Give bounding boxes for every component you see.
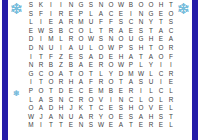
grid-cell-r5c1: D xyxy=(26,35,36,44)
grid-cell-r8c10: W xyxy=(116,61,126,70)
grid-cell-r1c15: T xyxy=(166,1,176,10)
grid-cell-r13c4: H xyxy=(56,104,66,113)
grid-cell-r15c3: T xyxy=(46,121,56,130)
grid-cell-r14c9: O xyxy=(106,113,116,122)
grid-cell-r4c1: E xyxy=(26,27,36,36)
grid-cell-r13c7: T xyxy=(86,104,96,113)
grid-cell-r1c14: H xyxy=(156,1,166,10)
grid-cell-r11c13: L xyxy=(146,87,156,96)
grid-cell-r3c9: F xyxy=(106,18,116,27)
grid-cell-r11c3: T xyxy=(46,87,56,96)
grid-cell-r14c14: S xyxy=(156,113,166,122)
grid-cell-r7c7: A xyxy=(86,53,96,62)
grid-cell-r5c9: N xyxy=(106,35,116,44)
grid-cell-r8c12: L xyxy=(136,61,146,70)
word-search-page: ❄ ❄ ❄ SKIINGSNOWBOOHTSFIREPLACEINGEOLIEA… xyxy=(0,0,200,140)
grid-cell-r3c5: R xyxy=(66,18,76,27)
grid-cell-r1c8: N xyxy=(96,1,106,10)
grid-cell-r14c13: H xyxy=(146,113,156,122)
grid-cell-r4c14: A xyxy=(156,27,166,36)
grid-cell-r5c5: R xyxy=(66,35,76,44)
grid-cell-r5c11: U xyxy=(126,35,136,44)
grid-cell-r5c4: L xyxy=(56,35,66,44)
grid-cell-r13c6: K xyxy=(76,104,86,113)
grid-cell-r13c3: D xyxy=(46,104,56,113)
grid-cell-r10c12: S xyxy=(136,78,146,87)
grid-cell-r14c15: T xyxy=(166,113,176,122)
grid-cell-r15c13: R xyxy=(146,121,156,130)
grid-cell-r1c4: I xyxy=(56,1,66,10)
grid-cell-r12c12: L xyxy=(136,96,146,105)
grid-cell-r2c5: E xyxy=(66,10,76,19)
grid-cell-r15c11: T xyxy=(126,121,136,130)
grid-cell-r4c8: T xyxy=(96,27,106,36)
grid-cell-r7c4: Z xyxy=(56,53,66,62)
grid-cell-r12c14: L xyxy=(156,96,166,105)
grid-cell-r1c5: N xyxy=(66,1,76,10)
grid-cell-r13c14: E xyxy=(156,104,166,113)
grid-cell-r11c12: I xyxy=(136,87,146,96)
grid-cell-r15c2: I xyxy=(36,121,46,130)
grid-cell-r11c1: P xyxy=(26,87,36,96)
grid-cell-r1c2: K xyxy=(36,1,46,10)
grid-cell-r1c12: O xyxy=(136,1,146,10)
grid-cell-r14c8: Y xyxy=(96,113,106,122)
grid-cell-r15c10: A xyxy=(116,121,126,130)
grid-cell-r13c9: E xyxy=(106,104,116,113)
grid-cell-r1c13: O xyxy=(146,1,156,10)
grid-cell-r8c3: B xyxy=(46,61,56,70)
grid-cell-r9c7: T xyxy=(86,70,96,79)
grid-cell-r7c5: E xyxy=(66,53,76,62)
left-border-bar xyxy=(2,0,8,140)
grid-cell-r3c7: U xyxy=(86,18,96,27)
grid-cell-r15c7: S xyxy=(86,121,96,130)
grid-cell-r6c2: N xyxy=(36,44,46,53)
grid-cell-r2c2: F xyxy=(36,10,46,19)
grid-cell-r2c6: P xyxy=(76,10,86,19)
grid-cell-r8c14: I xyxy=(156,61,166,70)
grid-cell-r9c5: T xyxy=(66,70,76,79)
grid-cell-r7c3: F xyxy=(46,53,56,62)
grid-cell-r14c7: R xyxy=(86,113,96,122)
grid-cell-r10c10: T xyxy=(116,78,126,87)
grid-cell-r9c4: A xyxy=(56,70,66,79)
grid-cell-r13c11: H xyxy=(126,104,136,113)
grid-cell-r12c6: R xyxy=(76,96,86,105)
grid-cell-r12c7: O xyxy=(86,96,96,105)
grid-cell-r4c13: T xyxy=(146,27,156,36)
word-search-grid: SKIINGSNOWBOOHTSFIREPLACEINGEOLIEARMUFFS… xyxy=(26,1,176,130)
grid-cell-r9c11: M xyxy=(126,70,136,79)
right-border-bar xyxy=(192,0,198,140)
grid-cell-r6c10: P xyxy=(116,44,126,53)
grid-cell-r3c12: N xyxy=(136,18,146,27)
grid-cell-r6c7: L xyxy=(86,44,96,53)
grid-cell-r13c10: S xyxy=(116,104,126,113)
grid-cell-r12c3: S xyxy=(46,96,56,105)
grid-cell-r7c2: T xyxy=(36,53,46,62)
grid-cell-r15c8: W xyxy=(96,121,106,130)
grid-cell-r6c8: O xyxy=(96,44,106,53)
grid-cell-r12c11: C xyxy=(126,96,136,105)
grid-cell-r4c15: C xyxy=(166,27,176,36)
grid-cell-r9c14: C xyxy=(156,70,166,79)
grid-cell-r3c13: Y xyxy=(146,18,156,27)
grid-cell-r14c2: J xyxy=(36,113,46,122)
grid-cell-r11c6: C xyxy=(76,87,86,96)
snowflake-icon: ❄ xyxy=(13,90,20,98)
grid-cell-r11c14: C xyxy=(156,87,166,96)
grid-cell-r10c11: A xyxy=(126,78,136,87)
grid-cell-r10c7: F xyxy=(86,78,96,87)
grid-cell-r9c15: R xyxy=(166,70,176,79)
grid-cell-r9c10: D xyxy=(116,70,126,79)
grid-cell-r13c5: J xyxy=(66,104,76,113)
grid-cell-r3c15: S xyxy=(166,18,176,27)
grid-cell-r7c9: E xyxy=(106,53,116,62)
grid-cell-r7c11: A xyxy=(126,53,136,62)
grid-cell-r11c4: D xyxy=(56,87,66,96)
grid-cell-r5c6: O xyxy=(76,35,86,44)
grid-cell-r3c3: E xyxy=(46,18,56,27)
grid-cell-r1c7: S xyxy=(86,1,96,10)
grid-cell-r3c6: M xyxy=(76,18,86,27)
grid-cell-r15c15: L xyxy=(166,121,176,130)
grid-cell-r5c13: H xyxy=(146,35,156,44)
grid-cell-r9c13: L xyxy=(146,70,156,79)
grid-cell-r9c1: G xyxy=(26,70,36,79)
grid-cell-r2c7: L xyxy=(86,10,96,19)
grid-cell-r12c15: R xyxy=(166,96,176,105)
grid-cell-r11c2: O xyxy=(36,87,46,96)
grid-cell-r8c1: N xyxy=(26,61,36,70)
grid-cell-r3c14: T xyxy=(156,18,166,27)
grid-cell-r5c14: E xyxy=(156,35,166,44)
grid-cell-r13c15: L xyxy=(166,104,176,113)
grid-cell-r12c13: O xyxy=(146,96,156,105)
grid-cell-r6c15: R xyxy=(166,44,176,53)
grid-cell-r14c4: N xyxy=(56,113,66,122)
snowflake-icon: ❄ xyxy=(10,1,23,16)
grid-cell-r5c3: M xyxy=(46,35,56,44)
grid-cell-r5c2: I xyxy=(36,35,46,44)
grid-cell-r6c4: I xyxy=(56,44,66,53)
grid-cell-r4c12: S xyxy=(136,27,146,36)
grid-cell-r13c8: C xyxy=(96,104,106,113)
grid-cell-r13c13: V xyxy=(146,104,156,113)
grid-cell-r11c5: E xyxy=(66,87,76,96)
grid-cell-r7c8: D xyxy=(96,53,106,62)
grid-cell-r14c6: A xyxy=(76,113,86,122)
grid-cell-r4c6: O xyxy=(76,27,86,36)
grid-cell-r7c6: S xyxy=(76,53,86,62)
grid-cell-r6c6: U xyxy=(76,44,86,53)
grid-cell-r4c5: C xyxy=(66,27,76,36)
grid-cell-r14c10: E xyxy=(116,113,126,122)
grid-cell-r12c4: N xyxy=(56,96,66,105)
grid-cell-r10c5: H xyxy=(66,78,76,87)
grid-cell-r8c15: I xyxy=(166,61,176,70)
grid-cell-r12c2: A xyxy=(36,96,46,105)
snowflake-icon: ❄ xyxy=(177,1,190,16)
grid-cell-r14c12: A xyxy=(136,113,146,122)
grid-cell-r2c9: C xyxy=(106,10,116,19)
grid-cell-r1c6: G xyxy=(76,1,86,10)
grid-cell-r8c13: Y xyxy=(146,61,156,70)
grid-cell-r1c3: I xyxy=(46,1,56,10)
grid-cell-r13c12: O xyxy=(136,104,146,113)
grid-cell-r3c4: A xyxy=(56,18,66,27)
grid-cell-r12c1: L xyxy=(26,96,36,105)
grid-cell-r15c9: E xyxy=(106,121,116,130)
grid-cell-r11c9: B xyxy=(106,87,116,96)
grid-cell-r4c10: A xyxy=(116,27,126,36)
grid-cell-r7c14: O xyxy=(156,53,166,62)
grid-cell-r12c9: I xyxy=(106,96,116,105)
grid-cell-r2c12: N xyxy=(136,10,146,19)
grid-cell-r1c11: B xyxy=(126,1,136,10)
grid-cell-r10c15: E xyxy=(166,78,176,87)
grid-cell-r4c9: R xyxy=(106,27,116,36)
grid-cell-r1c10: W xyxy=(116,1,126,10)
grid-cell-r6c9: W xyxy=(106,44,116,53)
grid-cell-r5c8: S xyxy=(96,35,106,44)
grid-cell-r4c7: L xyxy=(86,27,96,36)
grid-cell-r9c2: C xyxy=(36,70,46,79)
grid-cell-r10c14: I xyxy=(156,78,166,87)
grid-cell-r15c14: E xyxy=(156,121,166,130)
grid-cell-r15c1: M xyxy=(26,121,36,130)
grid-cell-r12c10: N xyxy=(116,96,126,105)
grid-cell-r7c13: A xyxy=(146,53,156,62)
grid-cell-r10c13: U xyxy=(146,78,156,87)
grid-cell-r3c2: I xyxy=(36,18,46,27)
grid-cell-r7c1: I xyxy=(26,53,36,62)
grid-cell-r14c3: A xyxy=(46,113,56,122)
grid-cell-r8c8: R xyxy=(96,61,106,70)
grid-cell-r14c5: U xyxy=(66,113,76,122)
grid-cell-r9c3: O xyxy=(46,70,56,79)
grid-cell-r9c6: O xyxy=(76,70,86,79)
grid-cell-r11c10: E xyxy=(116,87,126,96)
grid-cell-r2c13: G xyxy=(146,10,156,19)
grid-cell-r8c11: P xyxy=(126,61,136,70)
grid-cell-r7c15: F xyxy=(166,53,176,62)
grid-cell-r8c6: A xyxy=(76,61,86,70)
grid-cell-r9c12: W xyxy=(136,70,146,79)
grid-cell-r12c5: C xyxy=(66,96,76,105)
grid-cell-r10c4: R xyxy=(56,78,66,87)
grid-cell-r5c15: A xyxy=(166,35,176,44)
grid-cell-r3c10: S xyxy=(116,18,126,27)
grid-cell-r15c6: N xyxy=(76,121,86,130)
grid-cell-r6c12: H xyxy=(136,44,146,53)
grid-cell-r12c8: V xyxy=(96,96,106,105)
grid-cell-r14c11: S xyxy=(126,113,136,122)
grid-cell-r8c9: O xyxy=(106,61,116,70)
grid-cell-r6c1: D xyxy=(26,44,36,53)
grid-cell-r1c9: O xyxy=(106,1,116,10)
grid-cell-r10c1: I xyxy=(26,78,36,87)
grid-cell-r2c14: E xyxy=(156,10,166,19)
grid-cell-r3c1: L xyxy=(26,18,36,27)
grid-cell-r2c10: E xyxy=(116,10,126,19)
grid-cell-r2c15: O xyxy=(166,10,176,19)
grid-cell-r11c15: L xyxy=(166,87,176,96)
grid-cell-r8c5: B xyxy=(66,61,76,70)
grid-cell-r2c4: R xyxy=(56,10,66,19)
grid-cell-r5c10: O xyxy=(116,35,126,44)
grid-cell-r15c5: E xyxy=(66,121,76,130)
grid-cell-r5c7: W xyxy=(86,35,96,44)
grid-cell-r4c2: W xyxy=(36,27,46,36)
grid-cell-r5c12: G xyxy=(136,35,146,44)
grid-cell-r7c10: H xyxy=(116,53,126,62)
grid-cell-r10c9: O xyxy=(106,78,116,87)
grid-cell-r10c3: O xyxy=(46,78,56,87)
grid-cell-r13c1: O xyxy=(26,104,36,113)
grid-cell-r4c3: S xyxy=(46,27,56,36)
grid-cell-r15c4: T xyxy=(56,121,66,130)
grid-cell-r14c1: W xyxy=(26,113,36,122)
grid-cell-r8c2: R xyxy=(36,61,46,70)
grid-cell-r8c4: Z xyxy=(56,61,66,70)
grid-cell-r7c12: T xyxy=(136,53,146,62)
grid-cell-r2c1: S xyxy=(26,10,36,19)
grid-cell-r10c2: T xyxy=(36,78,46,87)
grid-cell-r6c5: A xyxy=(66,44,76,53)
grid-cell-r2c11: I xyxy=(126,10,136,19)
grid-cell-r3c8: F xyxy=(96,18,106,27)
grid-cell-r9c9: Y xyxy=(106,70,116,79)
grid-cell-r2c8: A xyxy=(96,10,106,19)
grid-cell-r6c14: O xyxy=(156,44,166,53)
grid-cell-r9c8: L xyxy=(96,70,106,79)
grid-cell-r10c8: R xyxy=(96,78,106,87)
grid-cell-r13c2: A xyxy=(36,104,46,113)
grid-cell-r11c7: E xyxy=(86,87,96,96)
grid-cell-r4c11: E xyxy=(126,27,136,36)
grid-cell-r11c11: R xyxy=(126,87,136,96)
grid-cell-r6c13: T xyxy=(146,44,156,53)
grid-cell-r3c11: C xyxy=(126,18,136,27)
grid-cell-r2c3: I xyxy=(46,10,56,19)
grid-cell-r10c6: A xyxy=(76,78,86,87)
grid-cell-r6c3: U xyxy=(46,44,56,53)
grid-cell-r8c7: E xyxy=(86,61,96,70)
grid-cell-r6c11: S xyxy=(126,44,136,53)
grid-cell-r15c12: E xyxy=(136,121,146,130)
grid-cell-r11c8: M xyxy=(96,87,106,96)
grid-cell-r1c1: S xyxy=(26,1,36,10)
grid-cell-r4c4: B xyxy=(56,27,66,36)
